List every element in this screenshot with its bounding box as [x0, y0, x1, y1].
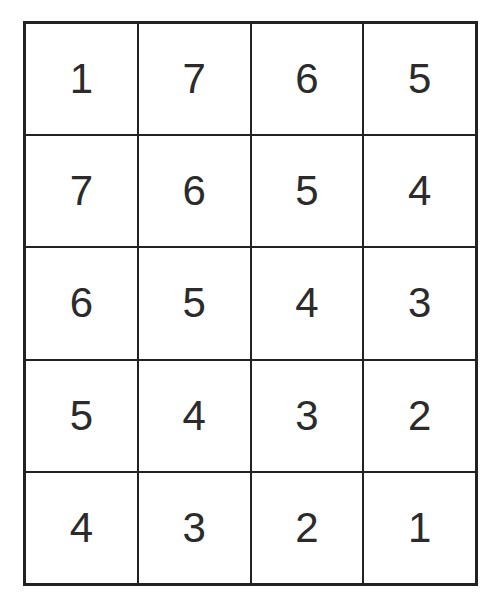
- grid-cell-r3c1[interactable]: 4: [139, 361, 250, 471]
- cell-value: 6: [182, 170, 205, 212]
- cell-value: 3: [408, 282, 431, 324]
- cell-value: 5: [70, 395, 93, 437]
- cell-value: 1: [408, 507, 431, 549]
- cell-value: 5: [408, 58, 431, 100]
- cell-value: 7: [70, 170, 93, 212]
- cell-value: 1: [70, 58, 93, 100]
- cell-value: 2: [295, 507, 318, 549]
- grid-cell-r0c1[interactable]: 7: [139, 24, 250, 134]
- grid-cell-r0c2[interactable]: 6: [252, 24, 363, 134]
- cell-value: 5: [295, 170, 318, 212]
- grid-cell-r0c3[interactable]: 5: [364, 24, 475, 134]
- cell-value: 3: [182, 507, 205, 549]
- cell-value: 4: [295, 282, 318, 324]
- cell-value: 3: [295, 395, 318, 437]
- grid-cell-r1c1[interactable]: 6: [139, 136, 250, 246]
- grid-cell-r0c0[interactable]: 1: [26, 24, 137, 134]
- cell-value: 2: [408, 395, 431, 437]
- page: 1 7 6 5 7 6 5 4 6 5 4 3 5 4 3 2 4 3 2 1: [0, 0, 499, 600]
- cell-value: 7: [182, 58, 205, 100]
- grid-cell-r4c3[interactable]: 1: [364, 473, 475, 583]
- cell-value: 6: [295, 58, 318, 100]
- cell-value: 6: [70, 282, 93, 324]
- cell-value: 4: [408, 170, 431, 212]
- grid-cell-r3c3[interactable]: 2: [364, 361, 475, 471]
- grid-cell-r2c1[interactable]: 5: [139, 248, 250, 358]
- number-grid-board: 1 7 6 5 7 6 5 4 6 5 4 3 5 4 3 2 4 3 2 1: [23, 21, 478, 586]
- grid-cell-r2c3[interactable]: 3: [364, 248, 475, 358]
- cell-value: 5: [182, 282, 205, 324]
- cell-value: 4: [182, 395, 205, 437]
- cell-value: 4: [70, 507, 93, 549]
- grid-cell-r1c0[interactable]: 7: [26, 136, 137, 246]
- grid-cell-r1c2[interactable]: 5: [252, 136, 363, 246]
- grid-cell-r4c1[interactable]: 3: [139, 473, 250, 583]
- grid-cell-r3c2[interactable]: 3: [252, 361, 363, 471]
- grid-cell-r2c0[interactable]: 6: [26, 248, 137, 358]
- grid-cell-r3c0[interactable]: 5: [26, 361, 137, 471]
- grid-cell-r2c2[interactable]: 4: [252, 248, 363, 358]
- grid-cell-r4c0[interactable]: 4: [26, 473, 137, 583]
- grid-cell-r4c2[interactable]: 2: [252, 473, 363, 583]
- grid-cell-r1c3[interactable]: 4: [364, 136, 475, 246]
